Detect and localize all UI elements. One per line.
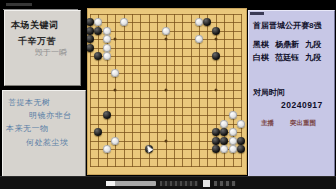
star-point	[114, 38, 117, 41]
white-player-name: 范廷钰	[275, 52, 299, 63]
black-stone	[212, 137, 220, 145]
black-stone	[237, 145, 245, 153]
white-stone	[229, 137, 237, 145]
black-stone	[203, 18, 211, 26]
white-stone	[120, 18, 128, 26]
control-button[interactable]	[203, 180, 210, 187]
black-stone	[94, 27, 102, 35]
playback-bar	[0, 176, 336, 189]
black-stone	[212, 145, 220, 153]
white-stone	[195, 18, 203, 26]
black-stone	[212, 52, 220, 60]
black-stone	[237, 137, 245, 145]
window-title-fragment	[3, 1, 78, 10]
white-stone	[103, 52, 111, 60]
star-point	[164, 89, 167, 92]
white-stone	[229, 145, 237, 153]
white-stone	[195, 35, 203, 43]
game-info-panel: 首届晋城公开赛8强 黑棋 杨鼎新 九段 白棋 范廷钰 九段 对局时间 20240…	[248, 10, 335, 180]
white-stone	[94, 18, 102, 26]
white-stone	[229, 128, 237, 136]
poem-panel: 菩提本无树 明镜亦非台 本来无一物 何处惹尘埃	[2, 90, 86, 177]
white-label: 白棋	[253, 52, 269, 63]
black-stone	[220, 137, 228, 145]
game-time-label: 对局时间	[253, 87, 285, 98]
move-counter-readout	[214, 181, 236, 186]
star-point	[164, 38, 167, 41]
event-title: 首届晋城公开赛8强	[253, 20, 321, 31]
white-stone	[103, 35, 111, 43]
move-ticks	[160, 181, 198, 186]
poem-line-1: 菩提本无树	[8, 97, 51, 108]
poem-line-4: 何处惹尘埃	[26, 137, 69, 148]
white-stone	[220, 145, 228, 153]
star-point	[164, 139, 167, 142]
black-stone	[212, 27, 220, 35]
star-point	[214, 89, 217, 92]
black-player-name: 杨鼎新	[275, 39, 299, 50]
keyword-phrase-2: 毁于一瞬	[35, 47, 67, 58]
keywords-panel: 本场关键词 千辛万苦 毁于一瞬	[4, 10, 81, 86]
black-stone	[103, 111, 111, 119]
move-slider[interactable]	[106, 181, 156, 186]
go-board[interactable]	[87, 8, 247, 175]
black-player-rank: 九段	[305, 39, 321, 50]
game-date: 20240917	[281, 100, 323, 110]
white-stone	[103, 44, 111, 52]
panel-title-fragment	[250, 12, 264, 15]
black-stone	[212, 128, 220, 136]
black-stone	[220, 128, 228, 136]
white-player-rank: 九段	[305, 52, 321, 63]
white-stone	[220, 120, 228, 128]
black-label: 黑棋	[253, 39, 269, 50]
black-stone	[94, 52, 102, 60]
white-stone	[103, 145, 111, 153]
host-label: 主播	[261, 119, 274, 128]
poem-line-3: 本来无一物	[6, 123, 49, 134]
move-slider-thumb[interactable]	[106, 181, 115, 186]
black-player-row: 黑棋 杨鼎新 九段	[253, 39, 321, 50]
white-player-row: 白棋 范廷钰 九段	[253, 52, 321, 63]
white-stone	[111, 137, 119, 145]
black-stone	[94, 128, 102, 136]
poem-line-2: 明镜亦非台	[29, 110, 72, 121]
host-name: 突出重围	[290, 119, 316, 128]
host-row: 主播 突出重围	[261, 119, 316, 128]
star-point	[114, 89, 117, 92]
white-stone	[103, 27, 111, 35]
white-stone	[111, 69, 119, 77]
white-stone	[229, 111, 237, 119]
star-point	[214, 38, 217, 41]
white-stone	[162, 27, 170, 35]
white-stone	[237, 120, 245, 128]
go-broadcast-window: 本场关键词 千辛万苦 毁于一瞬 菩提本无树 明镜亦非台 本来无一物 何处惹尘埃 …	[0, 0, 336, 189]
keywords-title: 本场关键词	[11, 19, 59, 32]
